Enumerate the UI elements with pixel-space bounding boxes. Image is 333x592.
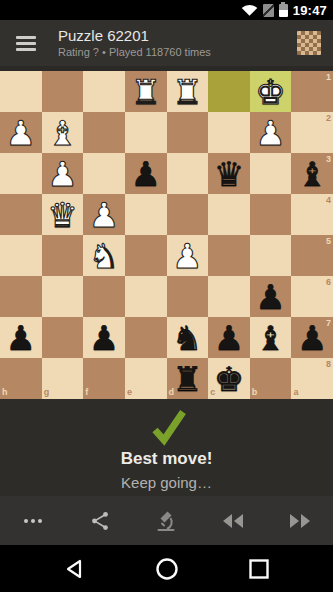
- page-title: Puzzle 62201: [58, 27, 297, 45]
- white-pawn-g3: ♟: [47, 157, 77, 191]
- square-h5[interactable]: [0, 235, 42, 276]
- rank-label-2: 2: [326, 114, 331, 123]
- black-pawn-h7: ♟: [6, 321, 36, 355]
- feedback-subtitle: Keep going…: [121, 474, 212, 491]
- app-bar-titles: Puzzle 62201 Rating ? • Played 118760 ti…: [58, 27, 297, 59]
- green-checkmark-icon: [145, 407, 189, 447]
- black-pawn-b6: ♟: [255, 280, 285, 314]
- square-d5[interactable]: ♟: [167, 235, 209, 276]
- file-label-a: a: [293, 388, 298, 397]
- white-pawn-d5: ♟: [172, 239, 202, 273]
- square-f3[interactable]: [83, 153, 125, 194]
- square-c8[interactable]: ♚c: [208, 358, 250, 399]
- white-bishop-g2: ♝: [47, 116, 77, 150]
- share-icon[interactable]: [80, 501, 120, 541]
- square-c4[interactable]: [208, 194, 250, 235]
- file-label-c: c: [210, 388, 215, 397]
- battery-icon: [279, 4, 288, 17]
- square-e1[interactable]: ♜: [125, 71, 167, 112]
- square-g4[interactable]: ♛: [42, 194, 84, 235]
- rewind-icon[interactable]: [213, 501, 253, 541]
- square-a1[interactable]: 1: [291, 71, 333, 112]
- square-d3[interactable]: [167, 153, 209, 194]
- square-d4[interactable]: [167, 194, 209, 235]
- square-d1[interactable]: ♜: [167, 71, 209, 112]
- square-a3[interactable]: ♝3: [291, 153, 333, 194]
- rank-label-1: 1: [326, 73, 331, 82]
- black-king-c8: ♚: [214, 362, 244, 396]
- fast-forward-icon[interactable]: [280, 501, 320, 541]
- square-a4[interactable]: 4: [291, 194, 333, 235]
- black-pawn-a7: ♟: [297, 321, 327, 355]
- square-a5[interactable]: 5: [291, 235, 333, 276]
- square-c5[interactable]: [208, 235, 250, 276]
- black-bishop-a3: ♝: [297, 157, 327, 191]
- white-rook-d1: ♜: [172, 75, 202, 109]
- wifi-icon: [241, 4, 258, 17]
- bottom-toolbar: [0, 496, 333, 545]
- square-b1[interactable]: ♚: [250, 71, 292, 112]
- app-bar: Puzzle 62201 Rating ? • Played 118760 ti…: [0, 20, 333, 66]
- rank-label-7: 7: [326, 319, 331, 328]
- square-e7[interactable]: [125, 317, 167, 358]
- square-e4[interactable]: [125, 194, 167, 235]
- square-g5[interactable]: [42, 235, 84, 276]
- white-knight-f5: ♞: [89, 239, 119, 273]
- rank-label-3: 3: [326, 155, 331, 164]
- mini-chessboard-icon[interactable]: [297, 31, 321, 55]
- square-d7[interactable]: ♞: [167, 317, 209, 358]
- feedback-panel: Best move! Keep going…: [0, 399, 333, 496]
- rank-label-4: 4: [326, 196, 331, 205]
- home-circle-icon[interactable]: [155, 557, 179, 581]
- square-h6[interactable]: [0, 276, 42, 317]
- back-triangle-icon[interactable]: [62, 557, 86, 581]
- square-f1[interactable]: [83, 71, 125, 112]
- square-a7[interactable]: ♟7: [291, 317, 333, 358]
- square-g8[interactable]: g: [42, 358, 84, 399]
- black-bishop-b7: ♝: [255, 321, 285, 355]
- app-screen: 19:47 Puzzle 62201 Rating ? • Played 118…: [0, 0, 333, 592]
- square-c6[interactable]: [208, 276, 250, 317]
- square-f2[interactable]: [83, 112, 125, 153]
- square-a8[interactable]: 8a: [291, 358, 333, 399]
- square-g7[interactable]: [42, 317, 84, 358]
- chess-board[interactable]: ♜♜♚1♟♝♟2♟♟♛♝3♛♟4♞♟5♟6♟♟♞♟♝♟7hgfe♜d♚cb8a: [0, 71, 333, 399]
- square-b3[interactable]: [250, 153, 292, 194]
- rank-label-5: 5: [326, 237, 331, 246]
- square-b7[interactable]: ♝: [250, 317, 292, 358]
- white-king-b1: ♚: [255, 75, 285, 109]
- status-bar: 19:47: [0, 0, 333, 20]
- square-c3[interactable]: ♛: [208, 153, 250, 194]
- white-queen-g4: ♛: [47, 198, 77, 232]
- file-label-d: d: [169, 388, 175, 397]
- file-label-e: e: [127, 388, 132, 397]
- black-knight-d7: ♞: [172, 321, 202, 355]
- square-a6[interactable]: 6: [291, 276, 333, 317]
- square-d6[interactable]: [167, 276, 209, 317]
- square-d2[interactable]: [167, 112, 209, 153]
- square-e8[interactable]: e: [125, 358, 167, 399]
- no-sim-icon: [263, 4, 274, 17]
- square-e6[interactable]: [125, 276, 167, 317]
- black-pawn-e3: ♟: [130, 157, 160, 191]
- square-h1[interactable]: [0, 71, 42, 112]
- menu-hamburger-icon[interactable]: [16, 36, 36, 51]
- square-b5[interactable]: [250, 235, 292, 276]
- file-label-h: h: [2, 388, 8, 397]
- square-d8[interactable]: ♜d: [167, 358, 209, 399]
- square-b8[interactable]: b: [250, 358, 292, 399]
- square-h3[interactable]: [0, 153, 42, 194]
- square-e3[interactable]: ♟: [125, 153, 167, 194]
- square-a2[interactable]: 2: [291, 112, 333, 153]
- puzzle-subtitle: Rating ? • Played 118760 times: [58, 45, 297, 59]
- square-g2[interactable]: ♝: [42, 112, 84, 153]
- square-e5[interactable]: [125, 235, 167, 276]
- white-pawn-f4: ♟: [89, 198, 119, 232]
- rank-label-6: 6: [326, 278, 331, 287]
- square-b4[interactable]: [250, 194, 292, 235]
- black-queen-c3: ♛: [214, 157, 244, 191]
- square-e2[interactable]: [125, 112, 167, 153]
- square-f5[interactable]: ♞: [83, 235, 125, 276]
- square-h2[interactable]: ♟: [0, 112, 42, 153]
- square-g1[interactable]: [42, 71, 84, 112]
- file-label-g: g: [44, 388, 50, 397]
- analysis-microscope-icon[interactable]: [146, 501, 186, 541]
- square-b2[interactable]: ♟: [250, 112, 292, 153]
- square-c1[interactable]: [208, 71, 250, 112]
- white-pawn-b2: ♟: [255, 116, 285, 150]
- square-f6[interactable]: [83, 276, 125, 317]
- more-horizontal-icon[interactable]: [13, 501, 53, 541]
- feedback-title: Best move!: [121, 449, 213, 469]
- square-g3[interactable]: ♟: [42, 153, 84, 194]
- file-label-b: b: [252, 388, 258, 397]
- white-rook-e1: ♜: [130, 75, 160, 109]
- square-c7[interactable]: ♟: [208, 317, 250, 358]
- square-b6[interactable]: ♟: [250, 276, 292, 317]
- black-rook-d8: ♜: [172, 362, 202, 396]
- square-f8[interactable]: f: [83, 358, 125, 399]
- black-pawn-f7: ♟: [89, 321, 119, 355]
- square-h8[interactable]: h: [0, 358, 42, 399]
- clock-text: 19:47: [293, 3, 327, 18]
- square-f4[interactable]: ♟: [83, 194, 125, 235]
- square-h4[interactable]: [0, 194, 42, 235]
- black-pawn-c7: ♟: [214, 321, 244, 355]
- square-g6[interactable]: [42, 276, 84, 317]
- rank-label-8: 8: [326, 360, 331, 369]
- square-f7[interactable]: ♟: [83, 317, 125, 358]
- white-pawn-h2: ♟: [6, 116, 36, 150]
- android-nav-bar: [0, 545, 333, 592]
- recents-square-icon[interactable]: [247, 557, 271, 581]
- file-label-f: f: [85, 388, 88, 397]
- square-h7[interactable]: ♟: [0, 317, 42, 358]
- square-c2[interactable]: [208, 112, 250, 153]
